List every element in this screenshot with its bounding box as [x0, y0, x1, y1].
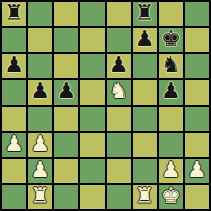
square-h5[interactable]: [185, 80, 209, 104]
square-g8[interactable]: [159, 2, 183, 26]
square-h6[interactable]: [185, 54, 209, 78]
square-a1[interactable]: [2, 185, 26, 209]
square-b7[interactable]: [28, 28, 52, 52]
square-f8[interactable]: ♜: [133, 2, 157, 26]
square-c2[interactable]: [54, 159, 78, 183]
square-d5[interactable]: [80, 80, 104, 104]
square-g6[interactable]: ♞: [159, 54, 183, 78]
black-rook-icon: ♜: [135, 2, 155, 24]
square-b5[interactable]: ♟: [28, 80, 52, 104]
black-pawn-icon: ♟: [56, 80, 76, 102]
black-knight-icon: ♞: [161, 54, 181, 76]
square-b4[interactable]: [28, 107, 52, 131]
square-a2[interactable]: [2, 159, 26, 183]
square-g4[interactable]: [159, 107, 183, 131]
square-h1[interactable]: [185, 185, 209, 209]
black-pawn-icon: ♟: [161, 80, 181, 102]
square-e6[interactable]: ♟: [107, 54, 131, 78]
square-e1[interactable]: [107, 185, 131, 209]
white-pawn-icon: ♟: [30, 133, 50, 155]
square-e2[interactable]: [107, 159, 131, 183]
square-c8[interactable]: [54, 2, 78, 26]
square-e4[interactable]: [107, 107, 131, 131]
white-king-icon: ♚: [161, 185, 181, 207]
black-pawn-icon: ♟: [4, 54, 24, 76]
square-d2[interactable]: [80, 159, 104, 183]
square-b1[interactable]: ♜: [28, 185, 52, 209]
square-b2[interactable]: ♟: [28, 159, 52, 183]
square-h4[interactable]: [185, 107, 209, 131]
square-a6[interactable]: ♟: [2, 54, 26, 78]
square-b6[interactable]: [28, 54, 52, 78]
square-f7[interactable]: ♟: [133, 28, 157, 52]
square-h3[interactable]: [185, 133, 209, 157]
square-e8[interactable]: [107, 2, 131, 26]
square-b8[interactable]: [28, 2, 52, 26]
white-rook-icon: ♜: [135, 185, 155, 207]
square-c1[interactable]: [54, 185, 78, 209]
square-c6[interactable]: [54, 54, 78, 78]
square-h7[interactable]: [185, 28, 209, 52]
square-a5[interactable]: [2, 80, 26, 104]
square-d1[interactable]: [80, 185, 104, 209]
square-c3[interactable]: [54, 133, 78, 157]
white-pawn-icon: ♟: [30, 159, 50, 181]
square-d7[interactable]: [80, 28, 104, 52]
square-h8[interactable]: [185, 2, 209, 26]
chess-board: ♜♜♟♚♟♟♞♟♟♞♟♟♟♟♟♟♜♜♚: [0, 0, 211, 211]
black-pawn-icon: ♟: [30, 80, 50, 102]
black-pawn-icon: ♟: [135, 28, 155, 50]
square-d4[interactable]: [80, 107, 104, 131]
square-b3[interactable]: ♟: [28, 133, 52, 157]
square-g7[interactable]: ♚: [159, 28, 183, 52]
square-c5[interactable]: ♟: [54, 80, 78, 104]
square-d8[interactable]: [80, 2, 104, 26]
square-e5[interactable]: ♞: [107, 80, 131, 104]
square-c4[interactable]: [54, 107, 78, 131]
white-pawn-icon: ♟: [4, 133, 24, 155]
square-e3[interactable]: [107, 133, 131, 157]
square-a8[interactable]: ♜: [2, 2, 26, 26]
square-f2[interactable]: [133, 159, 157, 183]
square-g2[interactable]: ♟: [159, 159, 183, 183]
black-rook-icon: ♜: [4, 2, 24, 24]
square-g5[interactable]: ♟: [159, 80, 183, 104]
square-d6[interactable]: [80, 54, 104, 78]
square-g1[interactable]: ♚: [159, 185, 183, 209]
black-king-icon: ♚: [161, 28, 181, 50]
square-f5[interactable]: [133, 80, 157, 104]
square-e7[interactable]: [107, 28, 131, 52]
square-g3[interactable]: [159, 133, 183, 157]
square-d3[interactable]: [80, 133, 104, 157]
square-h2[interactable]: ♟: [185, 159, 209, 183]
square-f6[interactable]: [133, 54, 157, 78]
white-knight-icon: ♞: [109, 80, 129, 102]
white-rook-icon: ♜: [30, 185, 50, 207]
white-pawn-icon: ♟: [161, 159, 181, 181]
square-f1[interactable]: ♜: [133, 185, 157, 209]
square-c7[interactable]: [54, 28, 78, 52]
square-f3[interactable]: [133, 133, 157, 157]
black-pawn-icon: ♟: [109, 54, 129, 76]
square-f4[interactable]: [133, 107, 157, 131]
square-a7[interactable]: [2, 28, 26, 52]
white-pawn-icon: ♟: [187, 159, 207, 181]
square-a3[interactable]: ♟: [2, 133, 26, 157]
square-a4[interactable]: [2, 107, 26, 131]
